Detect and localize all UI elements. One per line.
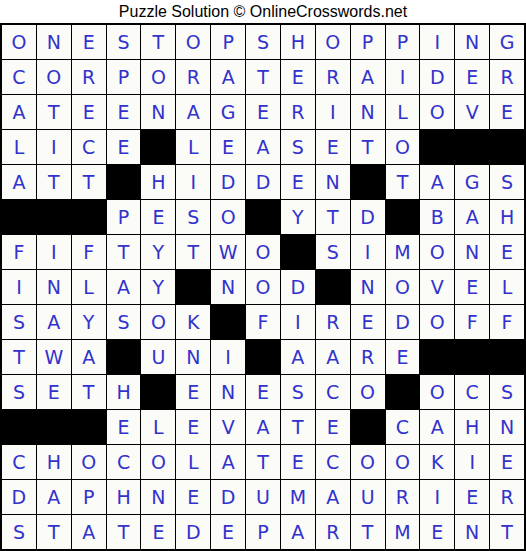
letter-cell-r2c7[interactable]: A bbox=[211, 60, 245, 94]
block-cell-r4c15 bbox=[490, 130, 524, 164]
letter-cell-r11c2[interactable]: E bbox=[37, 375, 71, 409]
letter-cell-r10c1[interactable]: T bbox=[2, 340, 36, 374]
letter-cell-r14c10[interactable]: A bbox=[316, 480, 350, 514]
letter-cell-r11c4[interactable]: H bbox=[107, 375, 141, 409]
letter-cell-r6c9[interactable]: Y bbox=[281, 200, 315, 234]
letter-cell-r3c8[interactable]: E bbox=[246, 95, 280, 129]
letter-cell-r8c8[interactable]: O bbox=[246, 270, 280, 304]
letter-cell-r9c12[interactable]: D bbox=[386, 305, 420, 339]
letter-cell-r10c2[interactable]: W bbox=[37, 340, 71, 374]
letter-cell-r13c7[interactable]: A bbox=[211, 445, 245, 479]
crossword-grid: ONESTOPSHOPPINGCORPORATERAIDERATEENAGERI… bbox=[0, 23, 526, 551]
letter-cell-r9c10[interactable]: R bbox=[316, 305, 350, 339]
letter-cell-r15c3[interactable]: A bbox=[72, 515, 106, 549]
letter-cell-r13c11[interactable]: O bbox=[351, 445, 385, 479]
letter-cell-r9c8[interactable]: F bbox=[246, 305, 280, 339]
letter-cell-r8c9[interactable]: D bbox=[281, 270, 315, 304]
letter-cell-r8c2[interactable]: N bbox=[37, 270, 71, 304]
block-cell-r8c6 bbox=[176, 270, 210, 304]
letter-cell-r1c1[interactable]: O bbox=[2, 25, 36, 59]
block-cell-r12c1 bbox=[2, 410, 36, 444]
letter-cell-r5c10[interactable]: N bbox=[316, 165, 350, 199]
letter-cell-r2c12[interactable]: I bbox=[386, 60, 420, 94]
letter-cell-r3c4[interactable]: E bbox=[107, 95, 141, 129]
letter-cell-r13c9[interactable]: E bbox=[281, 445, 315, 479]
letter-cell-r13c1[interactable]: C bbox=[2, 445, 36, 479]
letter-cell-r3c13[interactable]: O bbox=[420, 95, 454, 129]
block-cell-r10c15 bbox=[490, 340, 524, 374]
letter-cell-r7c3[interactable]: F bbox=[72, 235, 106, 269]
block-cell-r6c12 bbox=[386, 200, 420, 234]
letter-cell-r14c12[interactable]: R bbox=[386, 480, 420, 514]
letter-cell-r8c7[interactable]: N bbox=[211, 270, 245, 304]
letter-cell-r2c1[interactable]: C bbox=[2, 60, 36, 94]
letter-cell-r9c5[interactable]: O bbox=[141, 305, 175, 339]
letter-cell-r9c3[interactable]: Y bbox=[72, 305, 106, 339]
letter-cell-r14c8[interactable]: U bbox=[246, 480, 280, 514]
letter-cell-r13c2[interactable]: H bbox=[37, 445, 71, 479]
letter-cell-r6c7[interactable]: O bbox=[211, 200, 245, 234]
block-cell-r10c4 bbox=[107, 340, 141, 374]
letter-cell-r3c10[interactable]: I bbox=[316, 95, 350, 129]
letter-cell-r5c13[interactable]: A bbox=[420, 165, 454, 199]
letter-cell-r7c15[interactable]: E bbox=[490, 235, 524, 269]
letter-cell-r15c9[interactable]: A bbox=[281, 515, 315, 549]
letter-cell-r11c9[interactable]: S bbox=[281, 375, 315, 409]
letter-cell-r9c11[interactable]: E bbox=[351, 305, 385, 339]
letter-cell-r1c10[interactable]: O bbox=[316, 25, 350, 59]
letter-cell-r14c9[interactable]: M bbox=[281, 480, 315, 514]
block-cell-r11c5 bbox=[141, 375, 175, 409]
letter-cell-r5c14[interactable]: G bbox=[455, 165, 489, 199]
letter-cell-r5c15[interactable]: S bbox=[490, 165, 524, 199]
letter-cell-r15c10[interactable]: R bbox=[316, 515, 350, 549]
letter-cell-r1c13[interactable]: I bbox=[420, 25, 454, 59]
letter-cell-r10c12[interactable]: E bbox=[386, 340, 420, 374]
block-cell-r6c1 bbox=[2, 200, 36, 234]
letter-cell-r2c6[interactable]: R bbox=[176, 60, 210, 94]
letter-cell-r10c3[interactable]: A bbox=[72, 340, 106, 374]
block-cell-r8c10 bbox=[316, 270, 350, 304]
letter-cell-r9c2[interactable]: A bbox=[37, 305, 71, 339]
letter-cell-r2c9[interactable]: E bbox=[281, 60, 315, 94]
block-cell-r12c2 bbox=[37, 410, 71, 444]
block-cell-r4c13 bbox=[420, 130, 454, 164]
letter-cell-r9c4[interactable]: S bbox=[107, 305, 141, 339]
letter-cell-r4c3[interactable]: C bbox=[72, 130, 106, 164]
block-cell-r10c8 bbox=[246, 340, 280, 374]
letter-cell-r1c11[interactable]: P bbox=[351, 25, 385, 59]
letter-cell-r1c7[interactable]: P bbox=[211, 25, 245, 59]
letter-cell-r7c12[interactable]: M bbox=[386, 235, 420, 269]
letter-cell-r11c6[interactable]: E bbox=[176, 375, 210, 409]
letter-cell-r9c6[interactable]: K bbox=[176, 305, 210, 339]
letter-cell-r1c14[interactable]: N bbox=[455, 25, 489, 59]
letter-cell-r13c13[interactable]: K bbox=[420, 445, 454, 479]
letter-cell-r7c4[interactable]: T bbox=[107, 235, 141, 269]
block-cell-r5c4 bbox=[107, 165, 141, 199]
letter-cell-r4c1[interactable]: L bbox=[2, 130, 36, 164]
letter-cell-r2c5[interactable]: O bbox=[141, 60, 175, 94]
letter-cell-r11c13[interactable]: O bbox=[420, 375, 454, 409]
letter-cell-r11c7[interactable]: N bbox=[211, 375, 245, 409]
block-cell-r7c9 bbox=[281, 235, 315, 269]
letter-cell-r12c10[interactable]: E bbox=[316, 410, 350, 444]
block-cell-r10c13 bbox=[420, 340, 454, 374]
letter-cell-r1c2[interactable]: N bbox=[37, 25, 71, 59]
letter-cell-r13c12[interactable]: O bbox=[386, 445, 420, 479]
letter-cell-r10c9[interactable]: A bbox=[281, 340, 315, 374]
letter-cell-r8c5[interactable]: Y bbox=[141, 270, 175, 304]
letter-cell-r11c14[interactable]: C bbox=[455, 375, 489, 409]
block-cell-r5c11 bbox=[351, 165, 385, 199]
letter-cell-r7c2[interactable]: I bbox=[37, 235, 71, 269]
letter-cell-r4c4[interactable]: E bbox=[107, 130, 141, 164]
letter-cell-r5c7[interactable]: D bbox=[211, 165, 245, 199]
letter-cell-r14c3[interactable]: P bbox=[72, 480, 106, 514]
letter-cell-r6c13[interactable]: B bbox=[420, 200, 454, 234]
letter-cell-r7c7[interactable]: W bbox=[211, 235, 245, 269]
letter-cell-r14c15[interactable]: R bbox=[490, 480, 524, 514]
letter-cell-r5c9[interactable]: E bbox=[281, 165, 315, 199]
letter-cell-r14c5[interactable]: N bbox=[141, 480, 175, 514]
letter-cell-r4c2[interactable]: I bbox=[37, 130, 71, 164]
letter-cell-r11c10[interactable]: C bbox=[316, 375, 350, 409]
letter-cell-r14c14[interactable]: E bbox=[455, 480, 489, 514]
letter-cell-r9c14[interactable]: F bbox=[455, 305, 489, 339]
letter-cell-r6c11[interactable]: D bbox=[351, 200, 385, 234]
letter-cell-r12c9[interactable]: T bbox=[281, 410, 315, 444]
letter-cell-r12c7[interactable]: V bbox=[211, 410, 245, 444]
letter-cell-r6c5[interactable]: E bbox=[141, 200, 175, 234]
letter-cell-r2c15[interactable]: R bbox=[490, 60, 524, 94]
letter-cell-r11c8[interactable]: E bbox=[246, 375, 280, 409]
letter-cell-r12c6[interactable]: E bbox=[176, 410, 210, 444]
block-cell-r12c11 bbox=[351, 410, 385, 444]
letter-cell-r3c1[interactable]: A bbox=[2, 95, 36, 129]
letter-cell-r5c12[interactable]: T bbox=[386, 165, 420, 199]
letter-cell-r2c11[interactable]: A bbox=[351, 60, 385, 94]
letter-cell-r2c14[interactable]: E bbox=[455, 60, 489, 94]
letter-cell-r9c1[interactable]: S bbox=[2, 305, 36, 339]
letter-cell-r14c1[interactable]: D bbox=[2, 480, 36, 514]
letter-cell-r6c15[interactable]: H bbox=[490, 200, 524, 234]
letter-cell-r2c3[interactable]: R bbox=[72, 60, 106, 94]
letter-cell-r13c14[interactable]: I bbox=[455, 445, 489, 479]
letter-cell-r5c1[interactable]: A bbox=[2, 165, 36, 199]
letter-cell-r15c13[interactable]: E bbox=[420, 515, 454, 549]
letter-cell-r12c13[interactable]: A bbox=[420, 410, 454, 444]
letter-cell-r1c15[interactable]: G bbox=[490, 25, 524, 59]
letter-cell-r8c11[interactable]: N bbox=[351, 270, 385, 304]
letter-cell-r8c14[interactable]: E bbox=[455, 270, 489, 304]
letter-cell-r13c5[interactable]: O bbox=[141, 445, 175, 479]
block-cell-r6c8 bbox=[246, 200, 280, 234]
letter-cell-r4c9[interactable]: S bbox=[281, 130, 315, 164]
letter-cell-r5c3[interactable]: T bbox=[72, 165, 106, 199]
letter-cell-r1c4[interactable]: S bbox=[107, 25, 141, 59]
letter-cell-r4c8[interactable]: A bbox=[246, 130, 280, 164]
letter-cell-r1c5[interactable]: T bbox=[141, 25, 175, 59]
letter-cell-r7c13[interactable]: O bbox=[420, 235, 454, 269]
letter-cell-r14c2[interactable]: A bbox=[37, 480, 71, 514]
letter-cell-r9c13[interactable]: O bbox=[420, 305, 454, 339]
letter-cell-r7c14[interactable]: N bbox=[455, 235, 489, 269]
letter-cell-r14c7[interactable]: D bbox=[211, 480, 245, 514]
block-cell-r9c7 bbox=[211, 305, 245, 339]
letter-cell-r5c6[interactable]: I bbox=[176, 165, 210, 199]
letter-cell-r7c5[interactable]: Y bbox=[141, 235, 175, 269]
letter-cell-r12c12[interactable]: C bbox=[386, 410, 420, 444]
letter-cell-r14c13[interactable]: I bbox=[420, 480, 454, 514]
letter-cell-r12c4[interactable]: E bbox=[107, 410, 141, 444]
letter-cell-r10c7[interactable]: I bbox=[211, 340, 245, 374]
letter-cell-r15c7[interactable]: E bbox=[211, 515, 245, 549]
block-cell-r4c14 bbox=[455, 130, 489, 164]
letter-cell-r3c5[interactable]: N bbox=[141, 95, 175, 129]
letter-cell-r15c1[interactable]: S bbox=[2, 515, 36, 549]
letter-cell-r8c3[interactable]: L bbox=[72, 270, 106, 304]
letter-cell-r1c8[interactable]: S bbox=[246, 25, 280, 59]
letter-cell-r3c12[interactable]: L bbox=[386, 95, 420, 129]
letter-cell-r4c12[interactable]: O bbox=[386, 130, 420, 164]
letter-cell-r3c9[interactable]: R bbox=[281, 95, 315, 129]
letter-cell-r4c6[interactable]: L bbox=[176, 130, 210, 164]
letter-cell-r14c11[interactable]: U bbox=[351, 480, 385, 514]
letter-cell-r1c3[interactable]: E bbox=[72, 25, 106, 59]
letter-cell-r3c11[interactable]: N bbox=[351, 95, 385, 129]
letter-cell-r13c10[interactable]: C bbox=[316, 445, 350, 479]
letter-cell-r11c3[interactable]: T bbox=[72, 375, 106, 409]
letter-cell-r7c6[interactable]: T bbox=[176, 235, 210, 269]
block-cell-r10c14 bbox=[455, 340, 489, 374]
letter-cell-r5c5[interactable]: H bbox=[141, 165, 175, 199]
letter-cell-r13c6[interactable]: L bbox=[176, 445, 210, 479]
letter-cell-r10c5[interactable]: U bbox=[141, 340, 175, 374]
letter-cell-r2c2[interactable]: O bbox=[37, 60, 71, 94]
letter-cell-r3c14[interactable]: V bbox=[455, 95, 489, 129]
letter-cell-r4c10[interactable]: E bbox=[316, 130, 350, 164]
block-cell-r6c3 bbox=[72, 200, 106, 234]
letter-cell-r13c8[interactable]: T bbox=[246, 445, 280, 479]
letter-cell-r1c9[interactable]: H bbox=[281, 25, 315, 59]
letter-cell-r8c1[interactable]: I bbox=[2, 270, 36, 304]
letter-cell-r8c13[interactable]: V bbox=[420, 270, 454, 304]
block-cell-r11c12 bbox=[386, 375, 420, 409]
letter-cell-r15c12[interactable]: M bbox=[386, 515, 420, 549]
letter-cell-r15c11[interactable]: T bbox=[351, 515, 385, 549]
letter-cell-r10c6[interactable]: N bbox=[176, 340, 210, 374]
block-cell-r4c5 bbox=[141, 130, 175, 164]
letter-cell-r9c15[interactable]: F bbox=[490, 305, 524, 339]
letter-cell-r3c7[interactable]: G bbox=[211, 95, 245, 129]
letter-cell-r7c8[interactable]: O bbox=[246, 235, 280, 269]
puzzle-solution-page: Puzzle Solution © OnlineCrosswords.net O… bbox=[0, 0, 526, 551]
letter-cell-r4c11[interactable]: T bbox=[351, 130, 385, 164]
letter-cell-r13c15[interactable]: E bbox=[490, 445, 524, 479]
letter-cell-r12c14[interactable]: H bbox=[455, 410, 489, 444]
letter-cell-r3c15[interactable]: E bbox=[490, 95, 524, 129]
letter-cell-r7c11[interactable]: I bbox=[351, 235, 385, 269]
letter-cell-r7c10[interactable]: S bbox=[316, 235, 350, 269]
letter-cell-r12c15[interactable]: N bbox=[490, 410, 524, 444]
letter-cell-r14c4[interactable]: H bbox=[107, 480, 141, 514]
letter-cell-r15c2[interactable]: T bbox=[37, 515, 71, 549]
letter-cell-r3c3[interactable]: E bbox=[72, 95, 106, 129]
letter-cell-r11c11[interactable]: O bbox=[351, 375, 385, 409]
letter-cell-r11c1[interactable]: S bbox=[2, 375, 36, 409]
block-cell-r6c2 bbox=[37, 200, 71, 234]
letter-cell-r15c15[interactable]: T bbox=[490, 515, 524, 549]
letter-cell-r6c4[interactable]: P bbox=[107, 200, 141, 234]
letter-cell-r9c9[interactable]: I bbox=[281, 305, 315, 339]
letter-cell-r5c8[interactable]: D bbox=[246, 165, 280, 199]
letter-cell-r6c6[interactable]: S bbox=[176, 200, 210, 234]
block-cell-r12c3 bbox=[72, 410, 106, 444]
letter-cell-r13c4[interactable]: C bbox=[107, 445, 141, 479]
letter-cell-r14c6[interactable]: E bbox=[176, 480, 210, 514]
letter-cell-r8c15[interactable]: L bbox=[490, 270, 524, 304]
letter-cell-r6c10[interactable]: T bbox=[316, 200, 350, 234]
letter-cell-r10c11[interactable]: R bbox=[351, 340, 385, 374]
letter-cell-r7c1[interactable]: F bbox=[2, 235, 36, 269]
letter-cell-r2c13[interactable]: D bbox=[420, 60, 454, 94]
letter-cell-r2c4[interactable]: P bbox=[107, 60, 141, 94]
letter-cell-r15c8[interactable]: P bbox=[246, 515, 280, 549]
letter-cell-r6c14[interactable]: A bbox=[455, 200, 489, 234]
letter-cell-r15c5[interactable]: E bbox=[141, 515, 175, 549]
letter-cell-r12c8[interactable]: A bbox=[246, 410, 280, 444]
letter-cell-r8c12[interactable]: O bbox=[386, 270, 420, 304]
letter-cell-r1c12[interactable]: P bbox=[386, 25, 420, 59]
letter-cell-r10c10[interactable]: A bbox=[316, 340, 350, 374]
letter-cell-r13c3[interactable]: O bbox=[72, 445, 106, 479]
page-title: Puzzle Solution © OnlineCrosswords.net bbox=[119, 3, 407, 21]
letter-cell-r5c2[interactable]: T bbox=[37, 165, 71, 199]
letter-cell-r3c2[interactable]: T bbox=[37, 95, 71, 129]
title-bar: Puzzle Solution © OnlineCrosswords.net bbox=[0, 0, 526, 23]
letter-cell-r4c7[interactable]: E bbox=[211, 130, 245, 164]
letter-cell-r15c14[interactable]: N bbox=[455, 515, 489, 549]
letter-cell-r1c6[interactable]: O bbox=[176, 25, 210, 59]
letter-cell-r11c15[interactable]: S bbox=[490, 375, 524, 409]
letter-cell-r15c4[interactable]: T bbox=[107, 515, 141, 549]
letter-cell-r3c6[interactable]: A bbox=[176, 95, 210, 129]
letter-cell-r15c6[interactable]: D bbox=[176, 515, 210, 549]
letter-cell-r12c5[interactable]: L bbox=[141, 410, 175, 444]
letter-cell-r8c4[interactable]: A bbox=[107, 270, 141, 304]
letter-cell-r2c10[interactable]: R bbox=[316, 60, 350, 94]
letter-cell-r2c8[interactable]: T bbox=[246, 60, 280, 94]
